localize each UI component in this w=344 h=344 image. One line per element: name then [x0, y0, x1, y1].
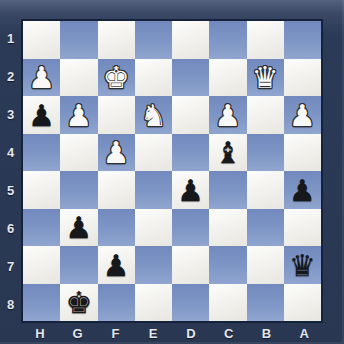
file-label-h: H — [21, 323, 59, 344]
square-d2[interactable] — [172, 59, 209, 97]
square-a4[interactable] — [284, 134, 321, 172]
file-label-f: F — [97, 323, 135, 344]
rank-label-5: 5 — [0, 171, 21, 209]
square-h8[interactable] — [23, 284, 60, 322]
square-e7[interactable] — [135, 246, 172, 284]
black-pawn-piece: ♟ — [103, 251, 130, 281]
square-d6[interactable] — [172, 209, 209, 247]
square-e8[interactable] — [135, 284, 172, 322]
black-pawn-piece: ♟ — [28, 101, 55, 131]
square-g1[interactable] — [60, 21, 97, 59]
square-a2[interactable] — [284, 59, 321, 97]
square-c1[interactable] — [209, 21, 246, 59]
square-e3[interactable]: ♞ — [135, 96, 172, 134]
square-g6[interactable]: ♟ — [60, 209, 97, 247]
square-f8[interactable] — [98, 284, 135, 322]
square-e6[interactable] — [135, 209, 172, 247]
square-c3[interactable]: ♟ — [209, 96, 246, 134]
square-c7[interactable] — [209, 246, 246, 284]
square-d4[interactable] — [172, 134, 209, 172]
square-c5[interactable] — [209, 171, 246, 209]
black-pawn-piece: ♟ — [65, 213, 92, 243]
square-f3[interactable] — [98, 96, 135, 134]
square-f1[interactable] — [98, 21, 135, 59]
square-f2[interactable]: ♚ — [98, 59, 135, 97]
rank-label-8: 8 — [0, 285, 21, 323]
rank-label-1: 1 — [0, 19, 21, 57]
rank-label-3: 3 — [0, 95, 21, 133]
white-king-piece: ♚ — [103, 63, 130, 93]
square-e2[interactable] — [135, 59, 172, 97]
white-pawn-piece: ♟ — [289, 101, 316, 131]
black-king-piece: ♚ — [65, 288, 92, 318]
square-a1[interactable] — [284, 21, 321, 59]
square-d8[interactable] — [172, 284, 209, 322]
square-a8[interactable] — [284, 284, 321, 322]
white-pawn-piece: ♟ — [214, 101, 241, 131]
square-a5[interactable]: ♟ — [284, 171, 321, 209]
black-pawn-piece: ♟ — [289, 176, 316, 206]
square-g8[interactable]: ♚ — [60, 284, 97, 322]
square-c4[interactable]: ♝ — [209, 134, 246, 172]
square-a7[interactable]: ♛ — [284, 246, 321, 284]
square-h4[interactable] — [23, 134, 60, 172]
rank-label-6: 6 — [0, 209, 21, 247]
square-h7[interactable] — [23, 246, 60, 284]
file-label-c: C — [210, 323, 248, 344]
file-labels: HGFEDCBA — [21, 323, 323, 344]
square-e1[interactable] — [135, 21, 172, 59]
square-f5[interactable] — [98, 171, 135, 209]
rank-label-7: 7 — [0, 247, 21, 285]
white-pawn-piece: ♟ — [103, 138, 130, 168]
square-d1[interactable] — [172, 21, 209, 59]
white-queen-piece: ♛ — [252, 63, 279, 93]
square-c8[interactable] — [209, 284, 246, 322]
white-pawn-piece: ♟ — [28, 63, 55, 93]
square-a6[interactable] — [284, 209, 321, 247]
square-h2[interactable]: ♟ — [23, 59, 60, 97]
square-b7[interactable] — [247, 246, 284, 284]
square-h6[interactable] — [23, 209, 60, 247]
square-f6[interactable] — [98, 209, 135, 247]
white-knight-piece: ♞ — [140, 101, 167, 131]
black-queen-piece: ♛ — [289, 251, 316, 281]
square-b4[interactable] — [247, 134, 284, 172]
black-bishop-piece: ♝ — [214, 138, 241, 168]
square-b3[interactable] — [247, 96, 284, 134]
square-g5[interactable] — [60, 171, 97, 209]
square-e4[interactable] — [135, 134, 172, 172]
file-label-d: D — [172, 323, 210, 344]
square-b1[interactable] — [247, 21, 284, 59]
square-d7[interactable] — [172, 246, 209, 284]
file-label-b: B — [248, 323, 286, 344]
file-label-g: G — [59, 323, 97, 344]
file-label-a: A — [285, 323, 323, 344]
square-g2[interactable] — [60, 59, 97, 97]
file-label-e: E — [134, 323, 172, 344]
square-g7[interactable] — [60, 246, 97, 284]
square-d5[interactable]: ♟ — [172, 171, 209, 209]
black-pawn-piece: ♟ — [177, 176, 204, 206]
square-e5[interactable] — [135, 171, 172, 209]
square-g3[interactable]: ♟ — [60, 96, 97, 134]
square-f4[interactable]: ♟ — [98, 134, 135, 172]
square-a3[interactable]: ♟ — [284, 96, 321, 134]
square-h1[interactable] — [23, 21, 60, 59]
square-b8[interactable] — [247, 284, 284, 322]
chess-board: ♟♚♛♟♟♞♟♟♟♝♟♟♟♟♛♚ — [21, 19, 323, 323]
square-f7[interactable]: ♟ — [98, 246, 135, 284]
rank-label-4: 4 — [0, 133, 21, 171]
square-b2[interactable]: ♛ — [247, 59, 284, 97]
square-g4[interactable] — [60, 134, 97, 172]
chess-board-window: 12345678 ♟♚♛♟♟♞♟♟♟♝♟♟♟♟♛♚ HGFEDCBA — [0, 0, 344, 344]
square-h5[interactable] — [23, 171, 60, 209]
rank-label-2: 2 — [0, 57, 21, 95]
square-b5[interactable] — [247, 171, 284, 209]
square-b6[interactable] — [247, 209, 284, 247]
rank-labels: 12345678 — [0, 19, 21, 323]
white-pawn-piece: ♟ — [65, 101, 92, 131]
square-c2[interactable] — [209, 59, 246, 97]
square-h3[interactable]: ♟ — [23, 96, 60, 134]
square-c6[interactable] — [209, 209, 246, 247]
square-d3[interactable] — [172, 96, 209, 134]
